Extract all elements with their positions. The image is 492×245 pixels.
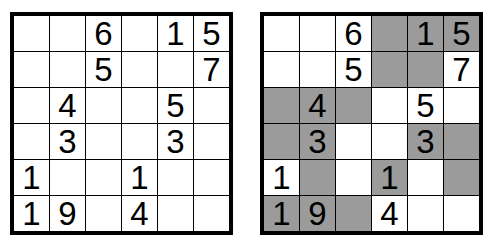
solution-board-cell-r6c1: 1 xyxy=(264,196,299,231)
solution-board-cell-r5c1: 1 xyxy=(264,160,299,195)
puzzle-board-cell-r5c3 xyxy=(86,160,121,195)
solution-board-cell-r5c2 xyxy=(300,160,335,195)
puzzle-board-cell-r5c6 xyxy=(194,160,229,195)
puzzle-board-cell-r1c4 xyxy=(122,16,157,51)
solution-board-cell-r2c5 xyxy=(408,52,443,87)
puzzle-board-cell-r5c5 xyxy=(158,160,193,195)
puzzle-board-cell-r4c2: 3 xyxy=(50,124,85,159)
solution-board-cell-r6c4: 4 xyxy=(372,196,407,231)
solution-board-cell-r1c6: 5 xyxy=(444,16,479,51)
solution-board-cell-r1c4 xyxy=(372,16,407,51)
solution-board-cell-r4c1 xyxy=(264,124,299,159)
puzzle-board-cell-r4c6 xyxy=(194,124,229,159)
solution-board-cell-r2c2 xyxy=(300,52,335,87)
puzzle-board-cell-r6c6 xyxy=(194,196,229,231)
puzzle-board-cell-r1c2 xyxy=(50,16,85,51)
puzzle-board-cell-r2c2 xyxy=(50,52,85,87)
puzzle-board-cell-r2c6: 7 xyxy=(194,52,229,87)
solution-board-cell-r5c4: 1 xyxy=(372,160,407,195)
solution-board-cell-r5c3 xyxy=(336,160,371,195)
solution-board-cell-r3c6 xyxy=(444,88,479,123)
solution-board-cell-r2c6: 7 xyxy=(444,52,479,87)
puzzle-board-cell-r1c1 xyxy=(14,16,49,51)
solution-board-cell-r1c1 xyxy=(264,16,299,51)
solution-board-cell-r5c5 xyxy=(408,160,443,195)
puzzle-board-cell-r5c4: 1 xyxy=(122,160,157,195)
puzzle-board-cell-r4c1 xyxy=(14,124,49,159)
puzzle-board: 61557453311194 xyxy=(10,12,233,235)
puzzle-board-cell-r2c3: 5 xyxy=(86,52,121,87)
solution-board-cell-r6c6 xyxy=(444,196,479,231)
puzzle-board-cell-r3c1 xyxy=(14,88,49,123)
solution-board-cell-r3c3 xyxy=(336,88,371,123)
solution-board-cell-r2c1 xyxy=(264,52,299,87)
puzzle-board-cell-r6c4: 4 xyxy=(122,196,157,231)
solution-board-cell-r6c2: 9 xyxy=(300,196,335,231)
solution-board-cell-r4c4 xyxy=(372,124,407,159)
puzzle-board-cell-r6c2: 9 xyxy=(50,196,85,231)
solution-board-cell-r3c5: 5 xyxy=(408,88,443,123)
puzzle-board-cell-r6c5 xyxy=(158,196,193,231)
puzzle-board-cell-r1c5: 1 xyxy=(158,16,193,51)
puzzle-board-cell-r4c3 xyxy=(86,124,121,159)
solution-board-cell-r1c5: 1 xyxy=(408,16,443,51)
solution-board-cell-r1c3: 6 xyxy=(336,16,371,51)
solution-board-cell-r3c2: 4 xyxy=(300,88,335,123)
solution-board-cell-r6c3 xyxy=(336,196,371,231)
puzzle-diagram: 61557453311194 61557453311194 xyxy=(0,0,492,235)
puzzle-board-cell-r1c6: 5 xyxy=(194,16,229,51)
puzzle-board-cell-r5c1: 1 xyxy=(14,160,49,195)
puzzle-board-cell-r6c1: 1 xyxy=(14,196,49,231)
solution-board-cell-r2c3: 5 xyxy=(336,52,371,87)
solution-board-cell-r5c6 xyxy=(444,160,479,195)
puzzle-board-cell-r3c3 xyxy=(86,88,121,123)
puzzle-board-cell-r4c4 xyxy=(122,124,157,159)
puzzle-board-cell-r3c6 xyxy=(194,88,229,123)
puzzle-board-cell-r3c5: 5 xyxy=(158,88,193,123)
solution-board-cell-r4c3 xyxy=(336,124,371,159)
solution-board-cell-r4c2: 3 xyxy=(300,124,335,159)
solution-board-cell-r3c4 xyxy=(372,88,407,123)
puzzle-board-cell-r6c3 xyxy=(86,196,121,231)
puzzle-board-cell-r5c2 xyxy=(50,160,85,195)
puzzle-board-cell-r2c4 xyxy=(122,52,157,87)
solution-board-cell-r4c6 xyxy=(444,124,479,159)
solution-board-cell-r3c1 xyxy=(264,88,299,123)
puzzle-board-cell-r3c4 xyxy=(122,88,157,123)
puzzle-board-cell-r4c5: 3 xyxy=(158,124,193,159)
puzzle-board-cell-r2c5 xyxy=(158,52,193,87)
solution-board: 61557453311194 xyxy=(260,12,483,235)
puzzle-board-cell-r1c3: 6 xyxy=(86,16,121,51)
solution-board-cell-r2c4 xyxy=(372,52,407,87)
solution-board-cell-r6c5 xyxy=(408,196,443,231)
solution-board-cell-r4c5: 3 xyxy=(408,124,443,159)
solution-board-cell-r1c2 xyxy=(300,16,335,51)
puzzle-board-cell-r3c2: 4 xyxy=(50,88,85,123)
puzzle-board-cell-r2c1 xyxy=(14,52,49,87)
